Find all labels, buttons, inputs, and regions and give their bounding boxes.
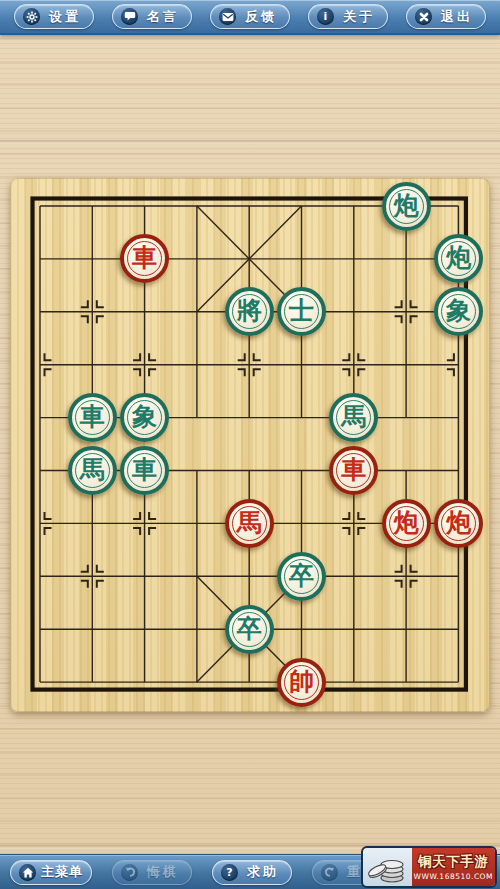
piece-inner-ring: 車 <box>127 453 162 488</box>
close-icon <box>415 8 432 25</box>
coins-icon <box>363 848 412 886</box>
piece-inner-ring: 帥 <box>284 665 319 700</box>
piece-character: 炮 <box>394 510 419 535</box>
piece-green-炮[interactable]: 炮 <box>382 182 431 231</box>
piece-green-士[interactable]: 士 <box>277 287 326 336</box>
exit-button[interactable]: 退出 <box>406 4 486 29</box>
about-button[interactable]: i 关于 <box>308 4 388 29</box>
piece-green-象[interactable]: 象 <box>434 287 483 336</box>
speech-bubble-icon <box>121 8 138 25</box>
piece-green-車[interactable]: 車 <box>120 446 169 495</box>
home-icon <box>19 864 36 881</box>
piece-green-象[interactable]: 象 <box>120 393 169 442</box>
envelope-icon <box>219 8 236 25</box>
question-icon: ? <box>221 864 238 881</box>
piece-inner-ring: 炮 <box>441 506 476 541</box>
help-label: 求助 <box>243 863 283 881</box>
app-root: { "game": "xiangqi", "position": { "fen"… <box>0 0 500 889</box>
undo-move-button: 悔棋 <box>112 860 192 885</box>
piece-character: 炮 <box>446 510 471 535</box>
piece-inner-ring: 將 <box>232 294 267 329</box>
exit-label: 退出 <box>437 8 477 26</box>
piece-inner-ring: 馬 <box>232 506 267 541</box>
piece-character: 車 <box>341 457 366 482</box>
piece-character: 馬 <box>80 457 105 482</box>
piece-character: 炮 <box>446 245 471 270</box>
settings-label: 设置 <box>45 8 85 26</box>
feedback-label: 反馈 <box>241 8 281 26</box>
piece-character: 象 <box>446 298 471 323</box>
wood-seam-top <box>0 140 500 144</box>
piece-red-炮[interactable]: 炮 <box>434 499 483 548</box>
watermark-badge: 铜天下手游 WWW.168510.COM <box>361 846 497 888</box>
main-menu-button[interactable]: 主菜单 <box>10 860 92 885</box>
piece-red-車[interactable]: 車 <box>329 446 378 495</box>
help-button[interactable]: ? 求助 <box>212 860 292 885</box>
piece-character: 卒 <box>289 563 314 588</box>
watermark-title: 铜天下手游 <box>418 853 488 871</box>
piece-character: 炮 <box>394 193 419 218</box>
piece-inner-ring: 車 <box>336 453 371 488</box>
main-menu-label: 主菜单 <box>41 863 83 881</box>
info-icon: i <box>317 8 334 25</box>
piece-inner-ring: 炮 <box>441 241 476 276</box>
piece-inner-ring: 炮 <box>389 189 424 224</box>
piece-character: 帥 <box>289 669 314 694</box>
piece-red-馬[interactable]: 馬 <box>225 499 274 548</box>
piece-inner-ring: 車 <box>127 241 162 276</box>
piece-green-車[interactable]: 車 <box>68 393 117 442</box>
piece-character: 馬 <box>237 510 262 535</box>
piece-green-卒[interactable]: 卒 <box>277 552 326 601</box>
piece-inner-ring: 馬 <box>336 400 371 435</box>
piece-character: 象 <box>132 404 157 429</box>
undo-icon <box>121 864 138 881</box>
piece-inner-ring: 卒 <box>232 612 267 647</box>
top-toolbar: 设置 名言 反馈 i 关于 退出 <box>0 0 500 35</box>
piece-inner-ring: 馬 <box>75 453 110 488</box>
feedback-button[interactable]: 反馈 <box>210 4 290 29</box>
piece-green-卒[interactable]: 卒 <box>225 605 274 654</box>
piece-green-馬[interactable]: 馬 <box>68 446 117 495</box>
about-label: 关于 <box>339 8 379 26</box>
quotes-button[interactable]: 名言 <box>112 4 192 29</box>
gear-icon <box>23 8 40 25</box>
watermark-url: WWW.168510.COM <box>414 872 493 881</box>
piece-red-帥[interactable]: 帥 <box>277 658 326 707</box>
piece-inner-ring: 象 <box>441 294 476 329</box>
piece-inner-ring: 卒 <box>284 559 319 594</box>
quotes-label: 名言 <box>143 8 183 26</box>
piece-inner-ring: 炮 <box>389 506 424 541</box>
piece-character: 士 <box>289 298 314 323</box>
piece-character: 卒 <box>237 616 262 641</box>
piece-green-將[interactable]: 將 <box>225 287 274 336</box>
settings-button[interactable]: 设置 <box>14 4 94 29</box>
piece-character: 將 <box>237 298 262 323</box>
watermark-text-panel: 铜天下手游 WWW.168510.COM <box>412 848 495 886</box>
piece-character: 車 <box>80 404 105 429</box>
piece-character: 車 <box>132 245 157 270</box>
piece-character: 馬 <box>341 404 366 429</box>
refresh-icon <box>321 864 338 881</box>
piece-red-炮[interactable]: 炮 <box>382 499 431 548</box>
undo-move-label: 悔棋 <box>143 863 183 881</box>
piece-green-炮[interactable]: 炮 <box>434 234 483 283</box>
piece-inner-ring: 象 <box>127 400 162 435</box>
piece-inner-ring: 士 <box>284 294 319 329</box>
piece-character: 車 <box>132 457 157 482</box>
piece-inner-ring: 車 <box>75 400 110 435</box>
